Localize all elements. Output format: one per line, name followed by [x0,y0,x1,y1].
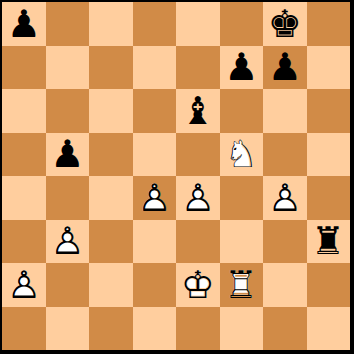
square-b4[interactable] [46,176,90,220]
square-h8[interactable] [307,2,351,46]
square-e5[interactable] [176,133,220,177]
piece-outline-glyph: ♙ [2,263,46,307]
square-a2[interactable]: ♟♙ [2,263,46,307]
board-frame: ♟♚♟♟♝♟♞♘♟♙♟♙♟♙♟♙♜♟♙♚♔♜♖ [0,0,354,354]
square-b2[interactable] [46,263,90,307]
square-g1[interactable] [263,307,307,351]
square-g8[interactable]: ♚ [263,2,307,46]
piece-outline-glyph: ♙ [263,176,307,220]
black-pawn-piece: ♟ [2,2,46,46]
square-d8[interactable] [133,2,177,46]
square-e4[interactable]: ♟♙ [176,176,220,220]
white-king-piece: ♚♔ [176,263,220,307]
square-c6[interactable] [89,89,133,133]
square-h4[interactable] [307,176,351,220]
square-e3[interactable] [176,220,220,264]
square-h5[interactable] [307,133,351,177]
square-h1[interactable] [307,307,351,351]
piece-outline-glyph: ♙ [176,176,220,220]
square-b6[interactable] [46,89,90,133]
square-c4[interactable] [89,176,133,220]
black-king-piece: ♚ [263,2,307,46]
square-f7[interactable]: ♟ [220,46,264,90]
square-c1[interactable] [89,307,133,351]
black-bishop-piece: ♝ [176,89,220,133]
white-pawn-piece: ♟♙ [133,176,177,220]
square-b1[interactable] [46,307,90,351]
square-f6[interactable] [220,89,264,133]
square-b3[interactable]: ♟♙ [46,220,90,264]
square-e6[interactable]: ♝ [176,89,220,133]
square-a8[interactable]: ♟ [2,2,46,46]
white-knight-piece: ♞♘ [220,133,264,177]
square-f8[interactable] [220,2,264,46]
square-d2[interactable] [133,263,177,307]
square-a4[interactable] [2,176,46,220]
square-a6[interactable] [2,89,46,133]
square-c3[interactable] [89,220,133,264]
chess-board: ♟♚♟♟♝♟♞♘♟♙♟♙♟♙♟♙♜♟♙♚♔♜♖ [2,2,350,350]
square-g5[interactable] [263,133,307,177]
square-c7[interactable] [89,46,133,90]
square-h6[interactable] [307,89,351,133]
square-d1[interactable] [133,307,177,351]
square-b8[interactable] [46,2,90,46]
square-a7[interactable] [2,46,46,90]
square-g4[interactable]: ♟♙ [263,176,307,220]
square-e7[interactable] [176,46,220,90]
white-pawn-piece: ♟♙ [176,176,220,220]
square-d6[interactable] [133,89,177,133]
square-a3[interactable] [2,220,46,264]
square-h7[interactable] [307,46,351,90]
square-e8[interactable] [176,2,220,46]
white-rook-piece: ♜♖ [220,263,264,307]
square-h3[interactable]: ♜ [307,220,351,264]
square-a1[interactable] [2,307,46,351]
square-d4[interactable]: ♟♙ [133,176,177,220]
piece-outline-glyph: ♙ [133,176,177,220]
square-d5[interactable] [133,133,177,177]
square-g7[interactable]: ♟ [263,46,307,90]
square-f2[interactable]: ♜♖ [220,263,264,307]
black-pawn-piece: ♟ [220,46,264,90]
square-c8[interactable] [89,2,133,46]
square-g2[interactable] [263,263,307,307]
square-f4[interactable] [220,176,264,220]
piece-outline-glyph: ♙ [46,220,90,264]
square-h2[interactable] [307,263,351,307]
square-g3[interactable] [263,220,307,264]
square-f5[interactable]: ♞♘ [220,133,264,177]
square-e1[interactable] [176,307,220,351]
square-c2[interactable] [89,263,133,307]
square-f3[interactable] [220,220,264,264]
white-pawn-piece: ♟♙ [263,176,307,220]
piece-outline-glyph: ♘ [220,133,264,177]
piece-outline-glyph: ♔ [176,263,220,307]
black-pawn-piece: ♟ [46,133,90,177]
white-pawn-piece: ♟♙ [2,263,46,307]
square-b5[interactable]: ♟ [46,133,90,177]
white-pawn-piece: ♟♙ [46,220,90,264]
square-e2[interactable]: ♚♔ [176,263,220,307]
square-d3[interactable] [133,220,177,264]
black-rook-piece: ♜ [307,220,351,264]
square-a5[interactable] [2,133,46,177]
square-f1[interactable] [220,307,264,351]
square-d7[interactable] [133,46,177,90]
square-g6[interactable] [263,89,307,133]
black-pawn-piece: ♟ [263,46,307,90]
square-c5[interactable] [89,133,133,177]
piece-outline-glyph: ♖ [220,263,264,307]
square-b7[interactable] [46,46,90,90]
